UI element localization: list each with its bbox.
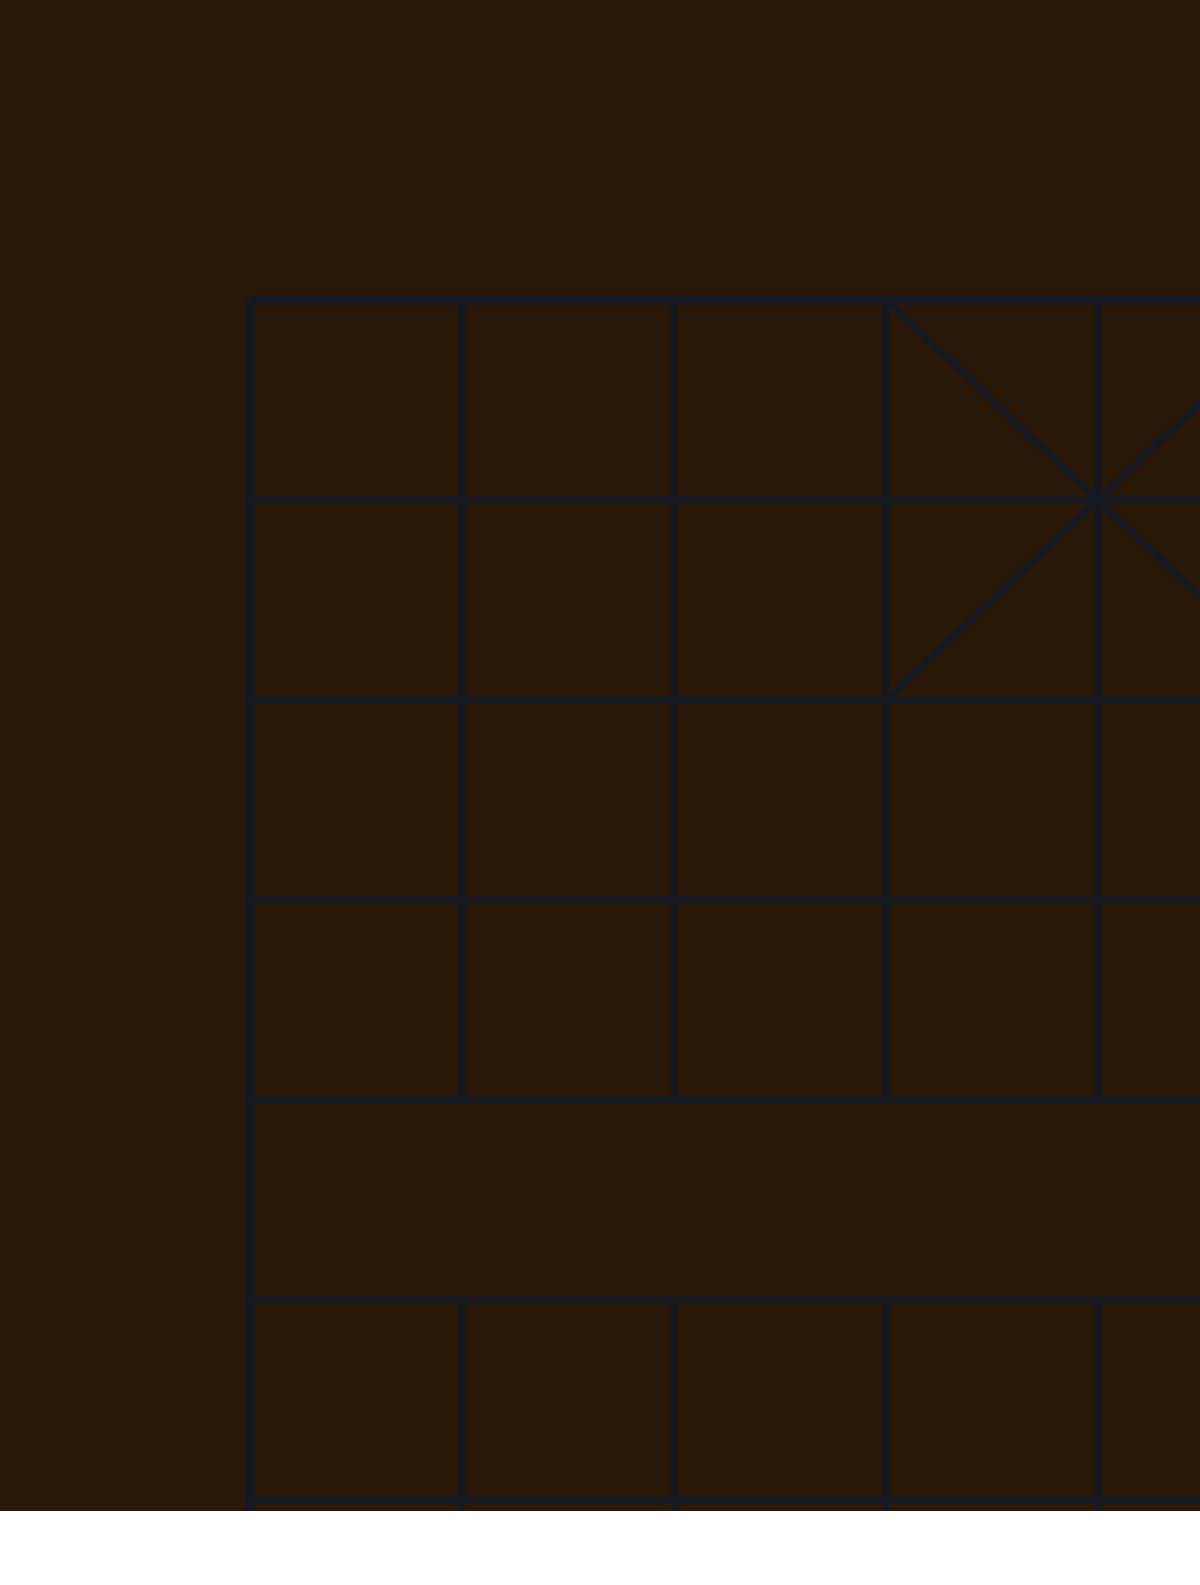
comic-page: 楚河 漢界 兵马相兵兵兵兵相卒卒卒卒马炮炮马车相仕帅 古风漫画网 腾讯动漫 [0,0,1200,1585]
table-wood [0,0,1200,1511]
comic-panel: 楚河 漢界 兵马相兵兵兵兵相卒卒卒卒马炮炮马车相仕帅 [0,0,1200,1511]
